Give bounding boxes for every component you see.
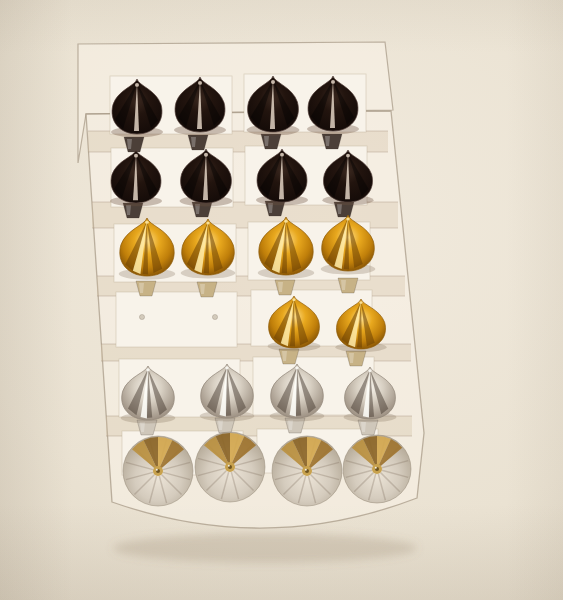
spike-stud-silver-top [272, 436, 342, 506]
spike-stud-silver-top [343, 435, 411, 503]
spike-stud-silver-top [195, 432, 265, 502]
stand-shadow [113, 533, 417, 563]
display-stand-graphic [0, 0, 563, 600]
earring-card [116, 292, 237, 347]
empty-card-hole [212, 314, 217, 319]
photo-spike-earrings-display [0, 0, 563, 600]
empty-card-hole [139, 314, 144, 319]
spike-stud-silver-top [123, 436, 193, 506]
